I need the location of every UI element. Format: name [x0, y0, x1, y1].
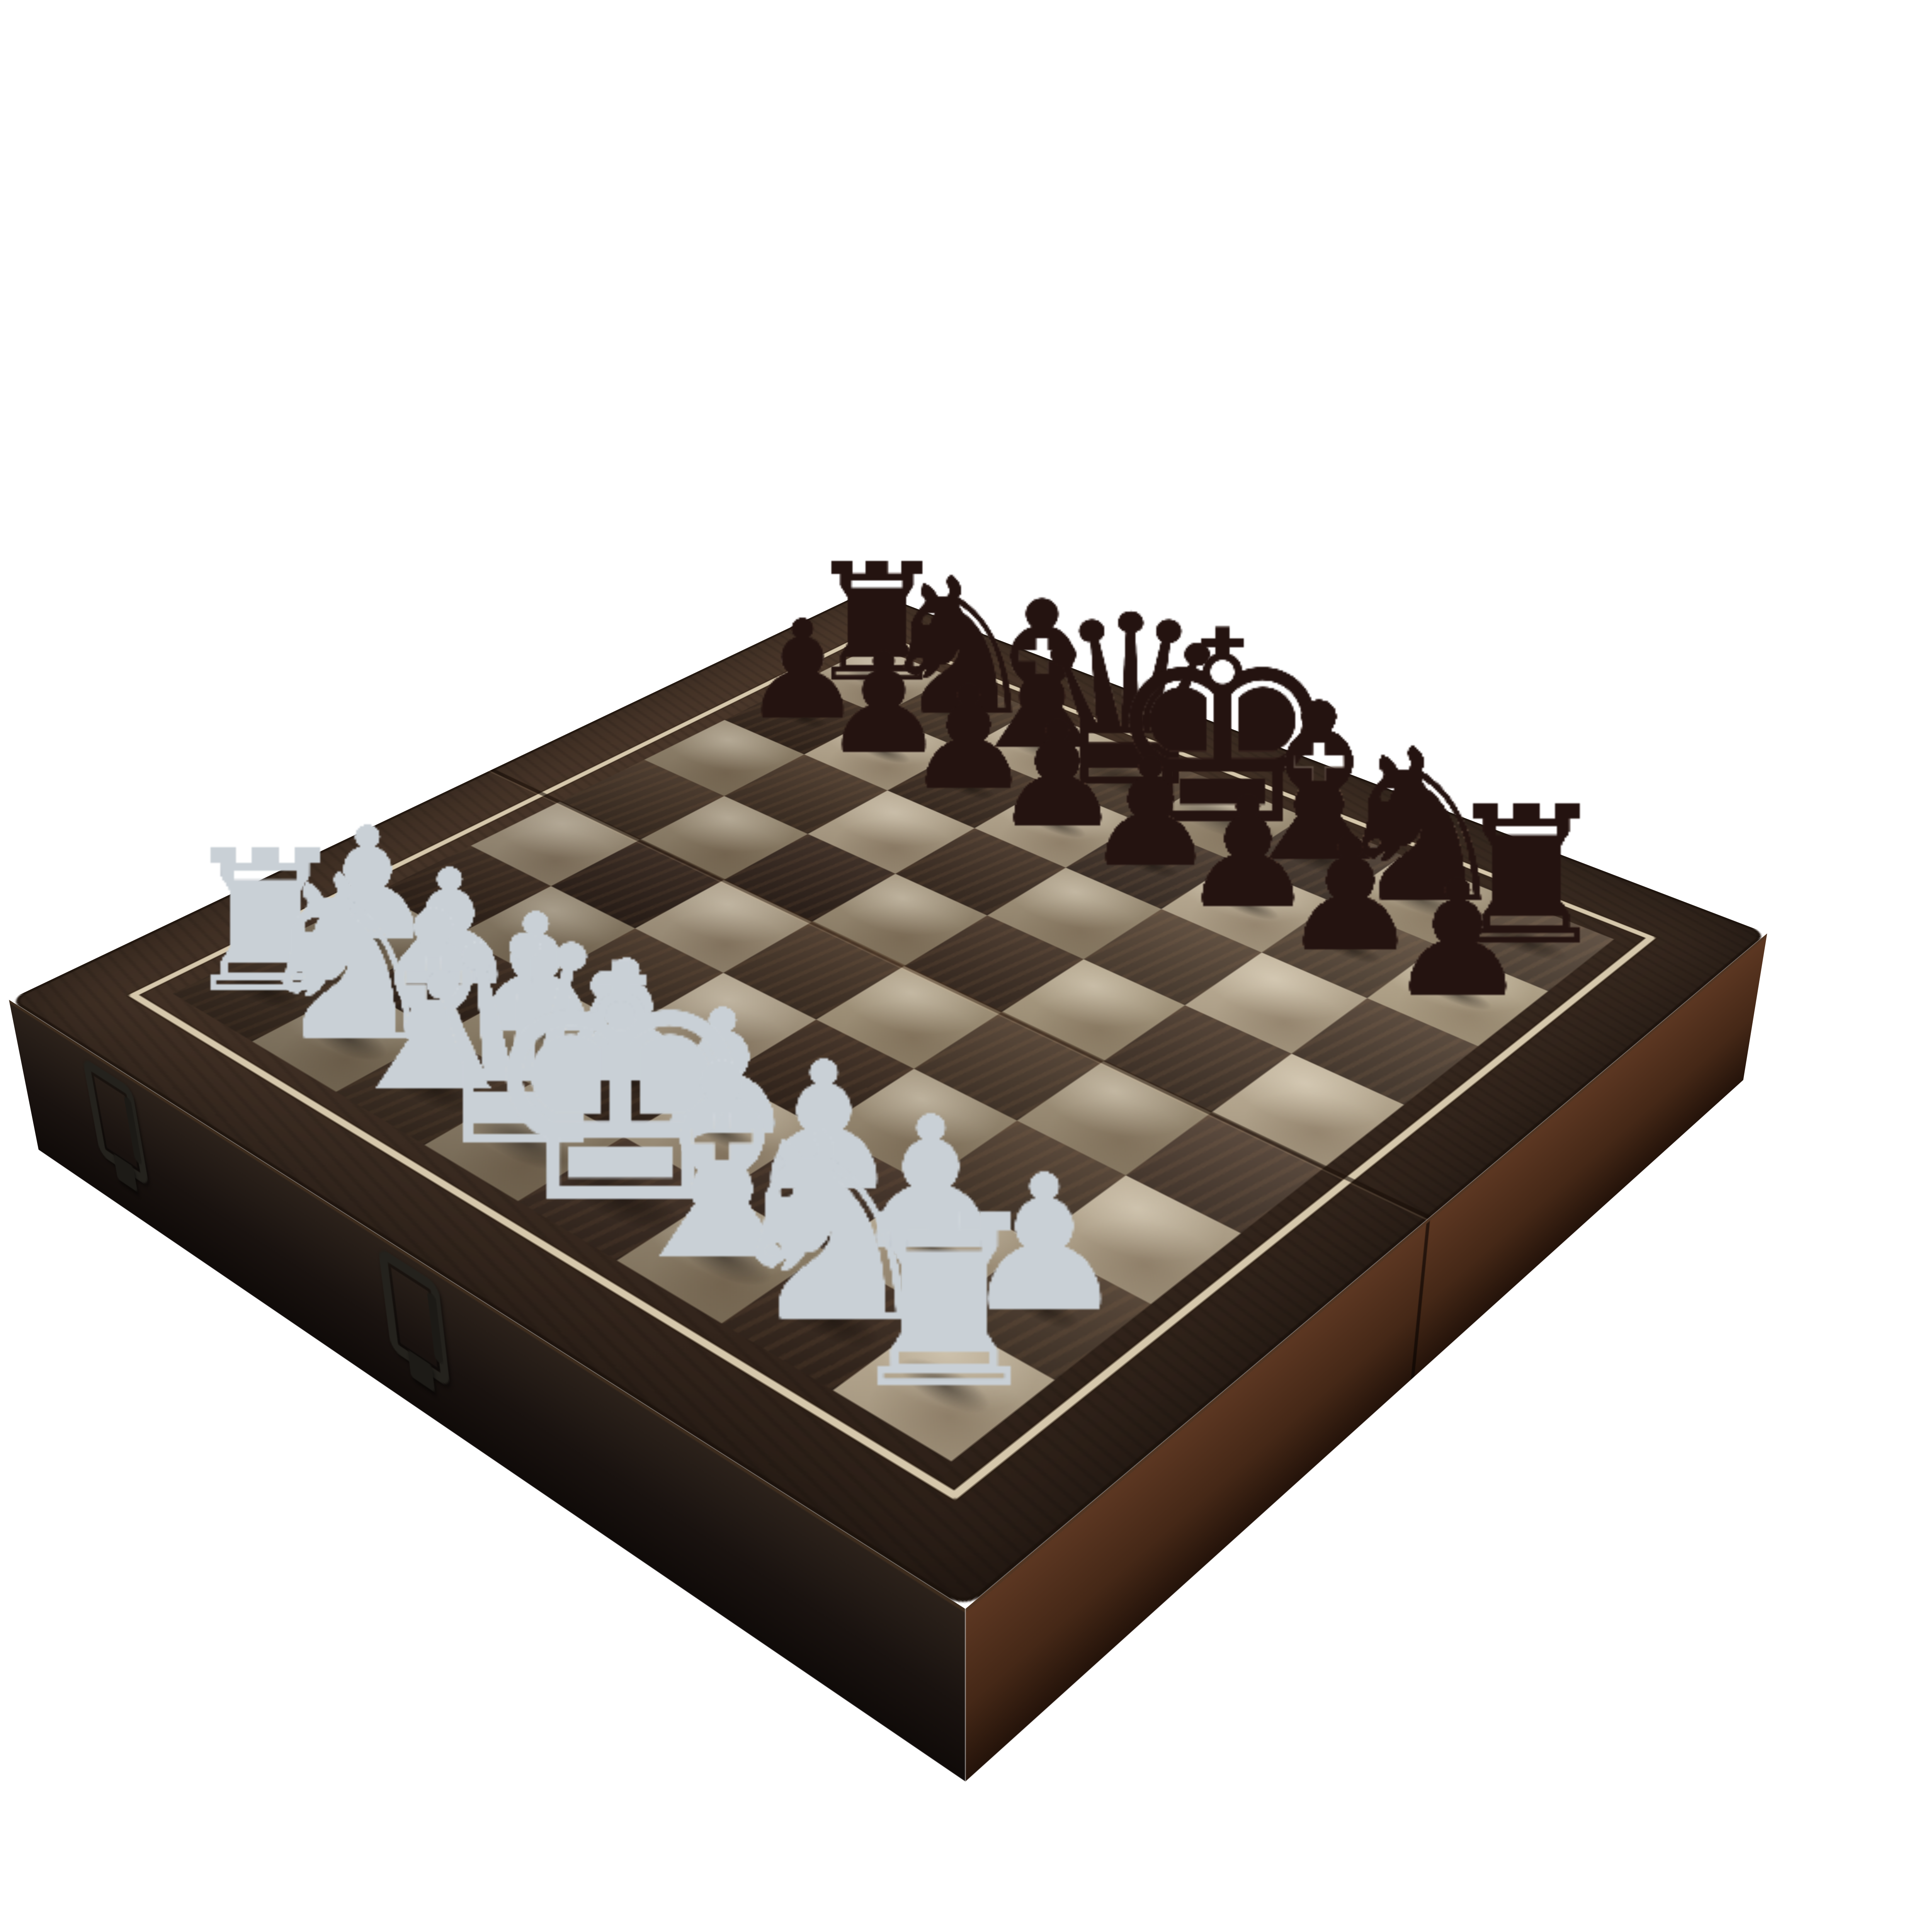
- photo-stage: ♜♞♝♛♚♝♞♜♟♟♟♟♟♟♟♟♟♟♟♟♟♟♟♟♜♞♝♛♚♝♞♜: [0, 0, 1932, 1932]
- scene: ♜♞♝♛♚♝♞♜♟♟♟♟♟♟♟♟♟♟♟♟♟♟♟♟♜♞♝♛♚♝♞♜: [0, 0, 1932, 1932]
- latch-hook: [113, 1153, 138, 1192]
- fold-seam-side: [1411, 1221, 1430, 1380]
- board-box: ♜♞♝♛♚♝♞♜♟♟♟♟♟♟♟♟♟♟♟♟♟♟♟♟♜♞♝♛♚♝♞♜: [9, 590, 1767, 1609]
- latch-hook: [408, 1349, 435, 1392]
- white-rook-glyph-icon: ♜: [706, 1185, 1182, 1423]
